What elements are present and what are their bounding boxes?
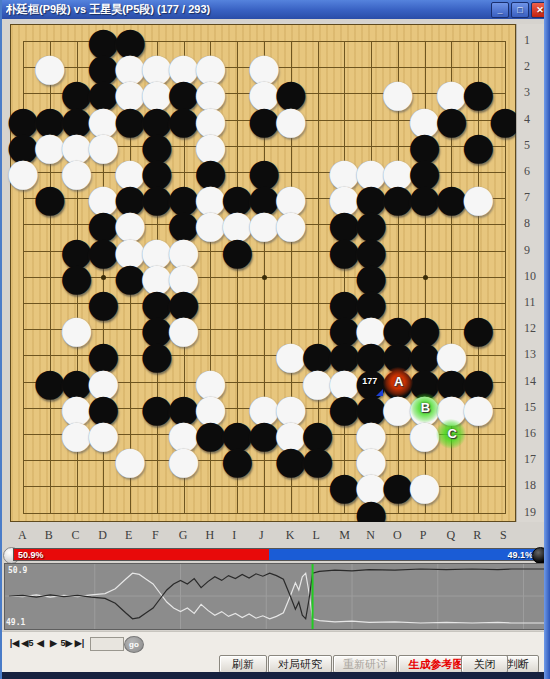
nav-back5-button[interactable]: ◀5	[21, 636, 34, 650]
row-label-5: 5	[524, 138, 530, 153]
row-label-14: 14	[524, 374, 536, 389]
star-point	[262, 275, 267, 280]
row-label-15: 15	[524, 400, 536, 415]
minimize-button[interactable]: _	[491, 2, 509, 18]
row-label-18: 18	[524, 478, 536, 493]
go-button[interactable]: go	[124, 636, 144, 653]
column-label-F: F	[152, 528, 159, 543]
column-label-R: R	[473, 528, 481, 543]
nav-back1-button[interactable]: ◀	[34, 636, 47, 650]
row-label-10: 10	[524, 269, 536, 284]
window-bottom-border	[2, 672, 550, 679]
row-label-1: 1	[524, 33, 530, 48]
column-label-D: D	[98, 528, 107, 543]
column-label-B: B	[45, 528, 53, 543]
column-coordinates-strip	[10, 522, 546, 546]
navigation-row: go 查看手数 |◀◀5◀▶5▶▶|	[2, 631, 550, 655]
white-winrate-label: 50.9%	[18, 550, 44, 560]
column-label-A: A	[18, 528, 27, 543]
nav-first-button[interactable]: |◀	[8, 636, 21, 650]
row-label-7: 7	[524, 190, 530, 205]
maximize-button[interactable]: □	[511, 2, 529, 18]
winrate-graph[interactable]: 50.9 49.1	[4, 563, 545, 630]
go-board[interactable]: ●●●●●●●●●●●●●●●●●●●●●●●●●●●●●●●●●●●●●●●●…	[10, 24, 516, 522]
window-title: 朴廷桓(P9段) vs 王星昊(P5段) (177 / 293)	[6, 2, 491, 17]
nav-last-button[interactable]: ▶|	[73, 636, 86, 650]
move-number-input[interactable]	[90, 637, 124, 651]
row-label-9: 9	[524, 243, 530, 258]
row-label-4: 4	[524, 112, 530, 127]
title-bar[interactable]: 朴廷桓(P9段) vs 王星昊(P5段) (177 / 293) _ □ ✕	[2, 0, 550, 19]
row-label-12: 12	[524, 321, 536, 336]
row-label-17: 17	[524, 452, 536, 467]
action-button-row: 刷新对局研究重新研讨生成参考图形势判断关闭	[2, 654, 550, 672]
column-label-S: S	[500, 528, 507, 543]
graph-top-label: 50.9	[8, 566, 27, 575]
black-winrate-label: 49.1%	[507, 550, 533, 560]
winrate-bar: 50.9% 49.1%	[2, 546, 550, 563]
row-label-8: 8	[524, 216, 530, 231]
column-label-L: L	[313, 528, 320, 543]
nav-fwd1-button[interactable]: ▶	[47, 636, 60, 650]
white-winrate-segment	[14, 549, 269, 560]
game-research-button[interactable]: 对局研究	[268, 655, 332, 673]
column-label-J: J	[259, 528, 264, 543]
row-label-16: 16	[524, 426, 536, 441]
row-label-3: 3	[524, 85, 530, 100]
close-button[interactable]: 关闭	[461, 655, 508, 673]
column-label-E: E	[125, 528, 132, 543]
graph-bottom-label: 49.1	[6, 618, 25, 627]
column-label-N: N	[366, 528, 375, 543]
row-label-2: 2	[524, 59, 530, 74]
winrate-track: 50.9% 49.1%	[13, 548, 540, 561]
column-label-Q: Q	[446, 528, 455, 543]
column-label-H: H	[205, 528, 214, 543]
nav-fwd5-button[interactable]: 5▶	[60, 636, 73, 650]
row-label-19: 19	[524, 505, 536, 520]
window-right-border	[544, 0, 550, 679]
row-label-6: 6	[524, 164, 530, 179]
column-label-P: P	[420, 528, 427, 543]
row-label-11: 11	[524, 295, 536, 310]
re-research-button[interactable]: 重新研讨	[333, 655, 397, 673]
star-point	[423, 275, 428, 280]
column-label-O: O	[393, 528, 402, 543]
column-label-C: C	[72, 528, 80, 543]
column-label-I: I	[232, 528, 236, 543]
column-label-M: M	[339, 528, 350, 543]
column-label-K: K	[286, 528, 295, 543]
row-label-13: 13	[524, 347, 536, 362]
refresh-button[interactable]: 刷新	[219, 655, 267, 673]
column-label-G: G	[179, 528, 188, 543]
app-window: 朴廷桓(P9段) vs 王星昊(P5段) (177 / 293) _ □ ✕ ●…	[0, 0, 550, 679]
